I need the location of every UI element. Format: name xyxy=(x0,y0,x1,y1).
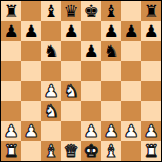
square-e6[interactable]: ♟ xyxy=(81,41,101,61)
square-e2[interactable]: ♟ xyxy=(81,121,101,141)
square-e7[interactable] xyxy=(81,21,101,41)
square-f3[interactable] xyxy=(101,101,121,121)
square-c4[interactable]: ♟ xyxy=(41,81,61,101)
piece-black-queen[interactable]: ♛ xyxy=(63,1,78,21)
square-a5[interactable] xyxy=(1,61,21,81)
square-f8[interactable]: ♝ xyxy=(101,1,121,21)
piece-black-rook[interactable]: ♜ xyxy=(3,1,18,21)
square-d7[interactable]: ♟ xyxy=(61,21,81,41)
piece-white-pawn[interactable]: ♟ xyxy=(83,121,98,141)
square-g2[interactable]: ♟ xyxy=(121,121,141,141)
square-e1[interactable]: ♚ xyxy=(81,141,101,161)
square-h1[interactable]: ♜ xyxy=(141,141,161,161)
square-g7[interactable]: ♟ xyxy=(121,21,141,41)
square-b1[interactable] xyxy=(21,141,41,161)
square-d5[interactable] xyxy=(61,61,81,81)
square-c3[interactable]: ♞ xyxy=(41,101,61,121)
piece-black-pawn[interactable]: ♟ xyxy=(63,21,78,41)
piece-black-pawn[interactable]: ♟ xyxy=(83,41,98,61)
square-b5[interactable] xyxy=(21,61,41,81)
square-g3[interactable] xyxy=(121,101,141,121)
piece-black-bishop[interactable]: ♝ xyxy=(43,1,58,21)
square-b6[interactable] xyxy=(21,41,41,61)
square-a1[interactable]: ♜ xyxy=(1,141,21,161)
square-g4[interactable] xyxy=(121,81,141,101)
square-c1[interactable]: ♝ xyxy=(41,141,61,161)
piece-white-pawn[interactable]: ♟ xyxy=(43,81,58,101)
piece-black-pawn[interactable]: ♟ xyxy=(143,21,158,41)
square-c2[interactable] xyxy=(41,121,61,141)
piece-white-rook[interactable]: ♜ xyxy=(3,141,18,161)
square-f1[interactable]: ♝ xyxy=(101,141,121,161)
square-c8[interactable]: ♝ xyxy=(41,1,61,21)
square-b7[interactable]: ♟ xyxy=(21,21,41,41)
square-d4[interactable]: ♞ xyxy=(61,81,81,101)
square-h6[interactable] xyxy=(141,41,161,61)
piece-white-pawn[interactable]: ♟ xyxy=(123,121,138,141)
square-h5[interactable] xyxy=(141,61,161,81)
piece-white-bishop[interactable]: ♝ xyxy=(43,141,58,161)
square-g6[interactable] xyxy=(121,41,141,61)
square-a4[interactable] xyxy=(1,81,21,101)
square-e4[interactable] xyxy=(81,81,101,101)
square-h7[interactable]: ♟ xyxy=(141,21,161,41)
piece-white-pawn[interactable]: ♟ xyxy=(3,121,18,141)
piece-white-bishop[interactable]: ♝ xyxy=(103,141,118,161)
square-e3[interactable] xyxy=(81,101,101,121)
square-f4[interactable] xyxy=(101,81,121,101)
square-d8[interactable]: ♛ xyxy=(61,1,81,21)
piece-black-pawn[interactable]: ♟ xyxy=(103,21,118,41)
square-h8[interactable]: ♜ xyxy=(141,1,161,21)
square-b4[interactable] xyxy=(21,81,41,101)
piece-white-knight[interactable]: ♞ xyxy=(63,81,78,101)
square-b8[interactable] xyxy=(21,1,41,21)
square-e8[interactable]: ♚ xyxy=(81,1,101,21)
square-f5[interactable] xyxy=(101,61,121,81)
square-d2[interactable] xyxy=(61,121,81,141)
square-d1[interactable]: ♛ xyxy=(61,141,81,161)
square-c5[interactable] xyxy=(41,61,61,81)
square-h3[interactable] xyxy=(141,101,161,121)
square-a6[interactable] xyxy=(1,41,21,61)
piece-black-knight[interactable]: ♞ xyxy=(103,41,118,61)
piece-white-queen[interactable]: ♛ xyxy=(63,141,78,161)
square-a2[interactable]: ♟ xyxy=(1,121,21,141)
square-c6[interactable]: ♞ xyxy=(41,41,61,61)
square-a8[interactable]: ♜ xyxy=(1,1,21,21)
square-c7[interactable] xyxy=(41,21,61,41)
piece-white-knight[interactable]: ♞ xyxy=(43,101,58,121)
piece-black-pawn[interactable]: ♟ xyxy=(123,21,138,41)
piece-black-rook[interactable]: ♜ xyxy=(143,1,158,21)
square-h2[interactable]: ♟ xyxy=(141,121,161,141)
square-f6[interactable]: ♞ xyxy=(101,41,121,61)
piece-black-pawn[interactable]: ♟ xyxy=(3,21,18,41)
square-e5[interactable] xyxy=(81,61,101,81)
piece-white-pawn[interactable]: ♟ xyxy=(23,121,38,141)
piece-white-pawn[interactable]: ♟ xyxy=(143,121,158,141)
chess-board-frame: ♜♝♛♚♝♜♟♟♟♟♟♟♞♟♞♟♞♞♟♟♟♟♟♟♜♝♛♚♝♜ xyxy=(0,0,162,162)
piece-black-king[interactable]: ♚ xyxy=(83,1,98,21)
chess-board: ♜♝♛♚♝♜♟♟♟♟♟♟♞♟♞♟♞♞♟♟♟♟♟♟♜♝♛♚♝♜ xyxy=(1,1,161,161)
square-b3[interactable] xyxy=(21,101,41,121)
piece-black-knight[interactable]: ♞ xyxy=(43,41,58,61)
piece-black-pawn[interactable]: ♟ xyxy=(23,21,38,41)
piece-white-rook[interactable]: ♜ xyxy=(143,141,158,161)
square-g8[interactable] xyxy=(121,1,141,21)
square-g5[interactable] xyxy=(121,61,141,81)
square-d6[interactable] xyxy=(61,41,81,61)
piece-black-bishop[interactable]: ♝ xyxy=(103,1,118,21)
piece-white-king[interactable]: ♚ xyxy=(83,141,98,161)
square-a7[interactable]: ♟ xyxy=(1,21,21,41)
square-d3[interactable] xyxy=(61,101,81,121)
square-f2[interactable]: ♟ xyxy=(101,121,121,141)
square-g1[interactable] xyxy=(121,141,141,161)
square-h4[interactable] xyxy=(141,81,161,101)
square-f7[interactable]: ♟ xyxy=(101,21,121,41)
square-a3[interactable] xyxy=(1,101,21,121)
square-b2[interactable]: ♟ xyxy=(21,121,41,141)
piece-white-pawn[interactable]: ♟ xyxy=(103,121,118,141)
